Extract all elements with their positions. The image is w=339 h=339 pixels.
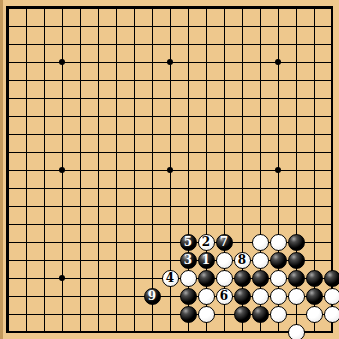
stone-white [252,234,269,251]
stone-black-move-7: 7 [216,234,233,251]
go-board: 527318496 [0,0,339,339]
stone-black [198,270,215,287]
stone-white [270,234,287,251]
stone-white-move-4: 4 [162,270,179,287]
stone-white [270,288,287,305]
move-number: 1 [202,254,210,266]
stone-white-move-8: 8 [234,252,251,269]
stone-white [252,252,269,269]
move-number: 2 [202,236,210,248]
stone-black-move-9: 9 [144,288,161,305]
stone-black [288,252,305,269]
stone-black [288,270,305,287]
stone-white [288,288,305,305]
stone-black-move-1: 1 [198,252,215,269]
stone-black [234,288,251,305]
move-number: 3 [184,254,192,266]
stone-white [288,324,305,339]
move-number: 5 [184,236,192,248]
stone-white-move-6: 6 [216,288,233,305]
stone-black [324,270,339,287]
move-number: 4 [166,272,174,284]
stone-black [270,252,287,269]
stone-white [180,270,197,287]
move-number: 7 [220,236,228,248]
move-number: 6 [220,290,228,302]
stone-black [234,306,251,323]
stone-black [180,288,197,305]
stone-black [234,270,251,287]
stone-black [288,234,305,251]
stone-white [216,270,233,287]
stone-white [216,252,233,269]
stone-black [306,270,323,287]
stone-black-move-5: 5 [180,234,197,251]
stones-layer: 527318496 [0,0,339,339]
stone-black-move-3: 3 [180,252,197,269]
move-number: 9 [148,290,156,302]
stone-white [252,288,269,305]
stone-white [324,306,339,323]
stone-black [252,270,269,287]
stone-white [306,306,323,323]
stone-black [252,306,269,323]
move-number: 8 [238,254,246,266]
stone-white [324,288,339,305]
stone-white [198,288,215,305]
stone-white [270,270,287,287]
stone-black [306,288,323,305]
stone-black [180,306,197,323]
stone-white-move-2: 2 [198,234,215,251]
stone-white [198,306,215,323]
stone-white [270,306,287,323]
